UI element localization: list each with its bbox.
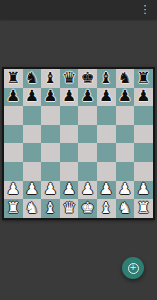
square-e8[interactable]: ♚ [78, 69, 97, 88]
square-b8[interactable]: ♞ [23, 69, 42, 88]
white-bishop-piece: ♝ [44, 201, 58, 217]
square-a4[interactable] [4, 143, 23, 162]
chess-board: ♜♞♝♛♚♝♞♜♟♟♟♟♟♟♟♟♟♟♟♟♟♟♟♟♜♞♝♛♚♝♞♜ [4, 69, 153, 218]
square-h4[interactable] [134, 143, 153, 162]
square-f5[interactable] [97, 125, 116, 144]
square-d1[interactable]: ♛ [60, 199, 79, 218]
square-b2[interactable]: ♟ [23, 181, 42, 200]
square-a2[interactable]: ♟ [4, 181, 23, 200]
square-a1[interactable]: ♜ [4, 199, 23, 218]
square-b7[interactable]: ♟ [23, 88, 42, 107]
square-g1[interactable]: ♞ [116, 199, 135, 218]
black-pawn-piece: ♟ [99, 89, 113, 105]
white-pawn-piece: ♟ [81, 182, 95, 198]
white-pawn-piece: ♟ [99, 182, 113, 198]
square-b4[interactable] [23, 143, 42, 162]
black-pawn-piece: ♟ [44, 89, 58, 105]
square-h3[interactable] [134, 162, 153, 181]
white-rook-piece: ♜ [6, 201, 20, 217]
square-h6[interactable] [134, 106, 153, 125]
overflow-menu-icon[interactable]: ⋮ [138, 2, 152, 17]
black-knight-piece: ♞ [25, 71, 39, 87]
white-pawn-piece: ♟ [118, 182, 132, 198]
square-e7[interactable]: ♟ [78, 88, 97, 107]
chess-board-frame: ♜♞♝♛♚♝♞♜♟♟♟♟♟♟♟♟♟♟♟♟♟♟♟♟♜♞♝♛♚♝♞♜ [2, 67, 155, 220]
square-g7[interactable]: ♟ [116, 88, 135, 107]
square-f6[interactable] [97, 106, 116, 125]
square-h5[interactable] [134, 125, 153, 144]
square-d7[interactable]: ♟ [60, 88, 79, 107]
square-b1[interactable]: ♞ [23, 199, 42, 218]
black-pawn-piece: ♟ [25, 89, 39, 105]
square-f7[interactable]: ♟ [97, 88, 116, 107]
square-c3[interactable] [41, 162, 60, 181]
white-queen-piece: ♛ [62, 201, 76, 217]
square-g6[interactable] [116, 106, 135, 125]
square-a6[interactable] [4, 106, 23, 125]
black-knight-piece: ♞ [118, 71, 132, 87]
square-f1[interactable]: ♝ [97, 199, 116, 218]
white-bishop-piece: ♝ [99, 201, 113, 217]
square-a3[interactable] [4, 162, 23, 181]
square-c2[interactable]: ♟ [41, 181, 60, 200]
square-d4[interactable] [60, 143, 79, 162]
black-pawn-piece: ♟ [62, 89, 76, 105]
square-g3[interactable] [116, 162, 135, 181]
black-pawn-piece: ♟ [137, 89, 151, 105]
white-rook-piece: ♜ [137, 201, 151, 217]
square-g8[interactable]: ♞ [116, 69, 135, 88]
square-b5[interactable] [23, 125, 42, 144]
black-queen-piece: ♛ [62, 71, 76, 87]
black-pawn-piece: ♟ [118, 89, 132, 105]
square-f8[interactable]: ♝ [97, 69, 116, 88]
square-e4[interactable] [78, 143, 97, 162]
square-f3[interactable] [97, 162, 116, 181]
square-h8[interactable]: ♜ [134, 69, 153, 88]
square-g5[interactable] [116, 125, 135, 144]
white-pawn-piece: ♟ [44, 182, 58, 198]
square-c1[interactable]: ♝ [41, 199, 60, 218]
square-e1[interactable]: ♚ [78, 199, 97, 218]
app-bar: ⋮ [0, 0, 157, 19]
black-pawn-piece: ♟ [6, 89, 20, 105]
square-b3[interactable] [23, 162, 42, 181]
square-d6[interactable] [60, 106, 79, 125]
plus-circle-icon: + [128, 263, 139, 274]
square-c6[interactable] [41, 106, 60, 125]
white-pawn-piece: ♟ [25, 182, 39, 198]
square-e6[interactable] [78, 106, 97, 125]
square-f4[interactable] [97, 143, 116, 162]
square-a8[interactable]: ♜ [4, 69, 23, 88]
square-c5[interactable] [41, 125, 60, 144]
square-g4[interactable] [116, 143, 135, 162]
square-d3[interactable] [60, 162, 79, 181]
black-king-piece: ♚ [81, 71, 95, 87]
white-knight-piece: ♞ [118, 201, 132, 217]
white-pawn-piece: ♟ [137, 182, 151, 198]
square-e3[interactable] [78, 162, 97, 181]
square-c4[interactable] [41, 143, 60, 162]
white-knight-piece: ♞ [25, 201, 39, 217]
black-bishop-piece: ♝ [99, 71, 113, 87]
square-e5[interactable] [78, 125, 97, 144]
square-e2[interactable]: ♟ [78, 181, 97, 200]
square-a7[interactable]: ♟ [4, 88, 23, 107]
square-h7[interactable]: ♟ [134, 88, 153, 107]
square-d8[interactable]: ♛ [60, 69, 79, 88]
black-bishop-piece: ♝ [44, 71, 58, 87]
square-h2[interactable]: ♟ [134, 181, 153, 200]
square-d2[interactable]: ♟ [60, 181, 79, 200]
new-game-fab[interactable]: + [122, 257, 144, 279]
square-h1[interactable]: ♜ [134, 199, 153, 218]
white-king-piece: ♚ [81, 201, 95, 217]
white-pawn-piece: ♟ [62, 182, 76, 198]
square-a5[interactable] [4, 125, 23, 144]
square-f2[interactable]: ♟ [97, 181, 116, 200]
chess-app-screen: ⋮ ♜♞♝♛♚♝♞♜♟♟♟♟♟♟♟♟♟♟♟♟♟♟♟♟♜♞♝♛♚♝♞♜ + [0, 0, 157, 300]
square-g2[interactable]: ♟ [116, 181, 135, 200]
black-rook-piece: ♜ [137, 71, 151, 87]
black-rook-piece: ♜ [6, 71, 20, 87]
black-pawn-piece: ♟ [81, 89, 95, 105]
square-c7[interactable]: ♟ [41, 88, 60, 107]
square-b6[interactable] [23, 106, 42, 125]
square-c8[interactable]: ♝ [41, 69, 60, 88]
square-d5[interactable] [60, 125, 79, 144]
white-pawn-piece: ♟ [6, 182, 20, 198]
